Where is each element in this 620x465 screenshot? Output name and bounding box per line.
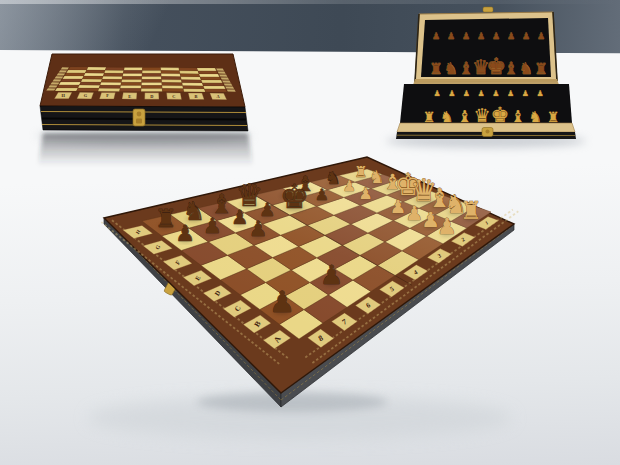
tray-dark-pawn: ♟	[522, 31, 530, 41]
product-photo-scene: Wooden folding chess set — studio produc…	[0, 0, 620, 465]
tray-dark-pawn: ♟	[477, 31, 485, 41]
box-light-square	[100, 82, 121, 85]
box-dark-square	[121, 82, 142, 85]
box-light-square	[141, 89, 163, 92]
box-dark-square	[161, 77, 181, 80]
tray-dark-knight: ♞	[519, 59, 533, 78]
piece-black-pawn: ♟	[320, 260, 344, 290]
box-dark-square	[61, 79, 83, 82]
box-light-square	[181, 77, 202, 80]
tray-dark-pawn: ♟	[537, 31, 545, 41]
box-dark-square	[105, 67, 124, 70]
box-right-border-cell	[218, 71, 226, 73]
tray-light-bishop: ♝	[457, 107, 471, 126]
box-left-border-cell	[53, 79, 62, 81]
box-dark-square	[200, 77, 221, 80]
box-right-border-cell	[216, 68, 224, 70]
tray-dark-pawn: ♟	[432, 31, 440, 41]
box-dark-square	[99, 85, 121, 88]
box-dark-square	[181, 80, 202, 83]
box-light-square	[124, 67, 143, 70]
piece-black-rook: ♜	[155, 204, 177, 233]
box-dark-square	[202, 83, 224, 86]
box-light-square	[162, 86, 183, 89]
tray-light-pawn: ♟	[463, 89, 470, 98]
scene-canvas: HGFEDCBA♟♟♟♟♟♟♟♟♜♞♝♛♚♝♞♜♟♟♟♟♟♟♟♟♜♞♝♛♚♝♞♜…	[0, 0, 620, 465]
box-light-square	[87, 67, 107, 70]
piece-white-pawn: ♟	[358, 184, 372, 203]
box-file-label: G	[84, 93, 88, 98]
box-dark-square	[57, 85, 80, 88]
box-light-square	[161, 68, 180, 71]
box-dark-square	[85, 70, 105, 73]
box-left-border-cell	[57, 73, 66, 75]
box-file-label: F	[106, 93, 109, 98]
box-file-label: D	[150, 94, 153, 99]
box-right-border-cell	[222, 80, 231, 82]
box-light-square	[98, 88, 120, 91]
tray-dark-bishop: ♝	[503, 58, 518, 78]
piece-white-pawn: ♟	[390, 196, 406, 217]
box-dark-square	[161, 71, 180, 74]
box-dark-square	[123, 70, 142, 73]
box-light-square	[182, 83, 203, 86]
box-light-square	[66, 70, 86, 73]
box-light-square	[120, 85, 141, 88]
piece-black-pawn: ♟	[249, 217, 268, 241]
box-dark-square	[204, 89, 227, 92]
box-dark-square	[64, 73, 85, 76]
tray-light-rook: ♜	[423, 109, 436, 125]
box-light-square	[102, 76, 122, 79]
box-light-square	[78, 85, 100, 88]
tray-light-pawn: ♟	[492, 89, 499, 98]
box-right-border-cell	[227, 89, 236, 91]
box-dark-square	[79, 82, 101, 85]
case-hinge	[483, 7, 493, 12]
tray-light-knight: ♞	[529, 108, 542, 126]
box-dark-square	[120, 88, 142, 91]
box-right-border-cell	[224, 83, 233, 85]
box-dark-square	[179, 68, 198, 71]
closed-box-reflection	[38, 133, 253, 166]
box-dark-square	[162, 89, 184, 92]
box-light-square	[81, 79, 102, 82]
piece-black-pawn: ♟	[269, 285, 295, 319]
box-file-label: B	[195, 94, 198, 99]
box-right-border-cell	[225, 86, 234, 88]
box-light-square	[55, 88, 78, 91]
box-light-square	[201, 80, 222, 83]
box-file-label: H	[62, 93, 66, 98]
tray-dark-pawn: ♟	[507, 31, 515, 41]
box-left-border-cell	[46, 88, 55, 90]
box-clasp-detail	[137, 112, 142, 117]
piece-black-pawn: ♟	[315, 185, 329, 204]
box-dark-square	[198, 71, 218, 74]
box-light-square	[161, 74, 181, 77]
box-light-square	[121, 79, 142, 82]
box-light-square	[142, 77, 162, 80]
tray-dark-pawn: ♟	[492, 31, 500, 41]
piece-black-pawn: ♟	[175, 220, 195, 246]
box-left-border-cell	[48, 85, 57, 87]
tray-light-pawn: ♟	[536, 89, 543, 98]
piece-black-pawn: ♟	[231, 206, 249, 229]
box-dark-square	[103, 73, 123, 76]
tray-dark-rook: ♜	[429, 60, 442, 78]
box-clasp-detail	[136, 119, 142, 124]
tray-dark-knight: ♞	[444, 59, 458, 78]
box-light-square	[142, 71, 161, 74]
box-dark-square	[142, 74, 161, 77]
box-dark-square	[77, 88, 100, 91]
box-dark-square	[183, 86, 205, 89]
box-dark-square	[68, 67, 88, 70]
box-light-square	[63, 76, 84, 79]
tray-light-knight: ♞	[440, 108, 453, 126]
box-light-square	[104, 70, 124, 73]
box-light-square	[162, 80, 182, 83]
closed-box-view: HGFEDCBA	[38, 54, 253, 166]
tray-light-pawn: ♟	[478, 89, 485, 98]
box-file-label: C	[172, 94, 175, 99]
piece-black-king: ♚	[280, 178, 309, 216]
tray-light-pawn: ♟	[448, 89, 455, 98]
box-right-border-cell	[219, 74, 227, 76]
case-clasp-detail	[486, 130, 490, 134]
box-dark-square	[82, 76, 103, 79]
tray-light-queen: ♛	[474, 104, 491, 126]
box-light-square	[197, 68, 217, 71]
piece-white-pawn: ♟	[437, 213, 457, 239]
piece-white-pawn: ♟	[343, 177, 356, 194]
box-file-label: E	[128, 94, 131, 99]
box-dark-square	[142, 80, 162, 83]
box-dark-square	[162, 83, 183, 86]
box-dark-square	[180, 74, 200, 77]
box-dark-square	[141, 86, 162, 89]
box-light-square	[183, 89, 205, 92]
tray-dark-pawn: ♟	[447, 31, 455, 41]
tray-light-king: ♚	[490, 103, 509, 127]
box-light-square	[179, 71, 199, 74]
box-light-square	[199, 74, 220, 77]
box-light-square	[141, 83, 162, 86]
piece-black-pawn: ♟	[203, 214, 222, 238]
box-light-square	[203, 86, 225, 89]
tray-light-rook: ♜	[547, 109, 560, 125]
tray-dark-rook: ♜	[534, 60, 547, 78]
box-right-border-cell	[221, 77, 229, 79]
piece-white-rook: ♜	[354, 163, 367, 180]
box-light-square	[123, 73, 143, 76]
tray-light-bishop: ♝	[510, 107, 524, 126]
piece-white-rook: ♜	[460, 196, 482, 225]
box-dark-square	[142, 68, 161, 71]
box-light-square	[59, 82, 81, 85]
box-dark-square	[101, 79, 122, 82]
tray-light-pawn: ♟	[507, 89, 514, 98]
tray-light-pawn: ♟	[433, 89, 440, 98]
box-dark-square	[122, 76, 142, 79]
tray-dark-pawn: ♟	[462, 31, 470, 41]
box-light-square	[84, 73, 104, 76]
tray-light-pawn: ♟	[522, 89, 529, 98]
open-case-view: ♟♟♟♟♟♟♟♟♜♞♝♛♚♝♞♜♟♟♟♟♟♟♟♟♜♞♝♛♚♝♞♜	[396, 7, 576, 139]
